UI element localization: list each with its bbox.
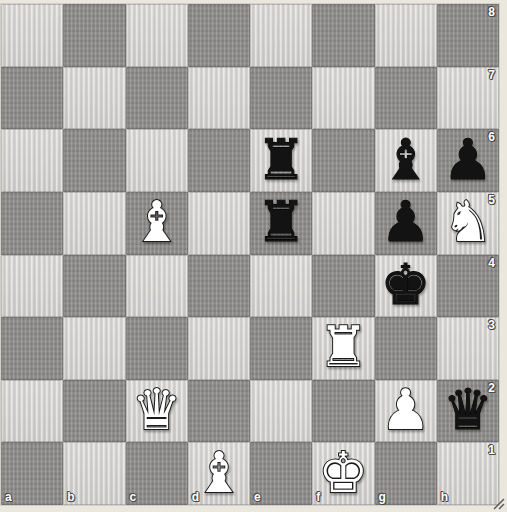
square-a6[interactable] — [1, 129, 63, 192]
square-f5[interactable] — [312, 192, 374, 255]
square-e3[interactable] — [250, 317, 312, 380]
square-c5[interactable]: ♝ — [126, 192, 188, 255]
square-d7[interactable] — [188, 67, 250, 130]
piece-white-bishop[interactable]: ♝ — [194, 445, 244, 501]
square-a3[interactable] — [1, 317, 63, 380]
square-g6[interactable]: ♝ — [375, 129, 437, 192]
square-f4[interactable] — [312, 255, 374, 318]
square-b7[interactable] — [63, 67, 125, 130]
file-label-g: g — [379, 490, 386, 504]
piece-black-pawn[interactable]: ♟ — [443, 132, 493, 188]
square-g5[interactable]: ♟ — [375, 192, 437, 255]
piece-black-rook[interactable]: ♜ — [256, 132, 306, 188]
square-b8[interactable] — [63, 4, 125, 67]
piece-white-pawn[interactable]: ♟ — [381, 382, 431, 438]
square-d2[interactable] — [188, 380, 250, 443]
piece-white-bishop[interactable]: ♝ — [132, 194, 182, 250]
piece-white-king[interactable]: ♚ — [318, 445, 368, 501]
square-c3[interactable] — [126, 317, 188, 380]
square-b5[interactable] — [63, 192, 125, 255]
square-b1[interactable]: b — [63, 442, 125, 505]
file-label-h: h — [441, 490, 448, 504]
square-e6[interactable]: ♜ — [250, 129, 312, 192]
piece-white-rook[interactable]: ♜ — [318, 319, 368, 375]
square-h5[interactable]: 5♞ — [437, 192, 499, 255]
square-c6[interactable] — [126, 129, 188, 192]
square-f3[interactable]: ♜ — [312, 317, 374, 380]
piece-white-queen[interactable]: ♛ — [132, 382, 182, 438]
square-h3[interactable]: 3 — [437, 317, 499, 380]
square-e4[interactable] — [250, 255, 312, 318]
piece-black-bishop[interactable]: ♝ — [381, 132, 431, 188]
square-e8[interactable] — [250, 4, 312, 67]
piece-black-pawn[interactable]: ♟ — [381, 194, 431, 250]
square-h7[interactable]: 7 — [437, 67, 499, 130]
square-h2[interactable]: 2♛ — [437, 380, 499, 443]
rank-label-1: 1 — [488, 443, 495, 457]
square-g7[interactable] — [375, 67, 437, 130]
board-frame: 87♜♝6♟♝♜♟5♞♚4♜3♛♟2♛abcd♝ef♚g1h — [0, 0, 507, 512]
square-c4[interactable] — [126, 255, 188, 318]
square-g3[interactable] — [375, 317, 437, 380]
square-d5[interactable] — [188, 192, 250, 255]
square-a1[interactable]: a — [1, 442, 63, 505]
square-g4[interactable]: ♚ — [375, 255, 437, 318]
square-b4[interactable] — [63, 255, 125, 318]
file-label-c: c — [130, 490, 137, 504]
rank-label-3: 3 — [488, 318, 495, 332]
square-e2[interactable] — [250, 380, 312, 443]
square-c2[interactable]: ♛ — [126, 380, 188, 443]
square-f8[interactable] — [312, 4, 374, 67]
square-e1[interactable]: e — [250, 442, 312, 505]
square-f1[interactable]: f♚ — [312, 442, 374, 505]
rank-label-8: 8 — [488, 5, 495, 19]
square-g8[interactable] — [375, 4, 437, 67]
square-f2[interactable] — [312, 380, 374, 443]
square-d6[interactable] — [188, 129, 250, 192]
square-b6[interactable] — [63, 129, 125, 192]
square-c8[interactable] — [126, 4, 188, 67]
resize-handle[interactable] — [493, 498, 505, 510]
square-d3[interactable] — [188, 317, 250, 380]
square-a8[interactable] — [1, 4, 63, 67]
file-label-a: a — [5, 490, 12, 504]
square-d1[interactable]: d♝ — [188, 442, 250, 505]
file-label-e: e — [254, 490, 261, 504]
square-b3[interactable] — [63, 317, 125, 380]
piece-black-king[interactable]: ♚ — [381, 257, 431, 313]
file-label-b: b — [67, 490, 74, 504]
square-c1[interactable]: c — [126, 442, 188, 505]
square-b2[interactable] — [63, 380, 125, 443]
square-d4[interactable] — [188, 255, 250, 318]
rank-label-4: 4 — [488, 256, 495, 270]
square-a7[interactable] — [1, 67, 63, 130]
square-h6[interactable]: 6♟ — [437, 129, 499, 192]
square-c7[interactable] — [126, 67, 188, 130]
square-a4[interactable] — [1, 255, 63, 318]
square-f7[interactable] — [312, 67, 374, 130]
square-g2[interactable]: ♟ — [375, 380, 437, 443]
square-a2[interactable] — [1, 380, 63, 443]
square-g1[interactable]: g — [375, 442, 437, 505]
chess-board: 87♜♝6♟♝♜♟5♞♚4♜3♛♟2♛abcd♝ef♚g1h — [1, 4, 499, 505]
square-f6[interactable] — [312, 129, 374, 192]
square-h1[interactable]: 1h — [437, 442, 499, 505]
square-e7[interactable] — [250, 67, 312, 130]
piece-white-knight[interactable]: ♞ — [443, 194, 493, 250]
square-d8[interactable] — [188, 4, 250, 67]
piece-black-rook[interactable]: ♜ — [256, 194, 306, 250]
square-a5[interactable] — [1, 192, 63, 255]
square-h8[interactable]: 8 — [437, 4, 499, 67]
rank-label-7: 7 — [488, 68, 495, 82]
square-e5[interactable]: ♜ — [250, 192, 312, 255]
piece-black-queen[interactable]: ♛ — [443, 382, 493, 438]
square-h4[interactable]: 4 — [437, 255, 499, 318]
